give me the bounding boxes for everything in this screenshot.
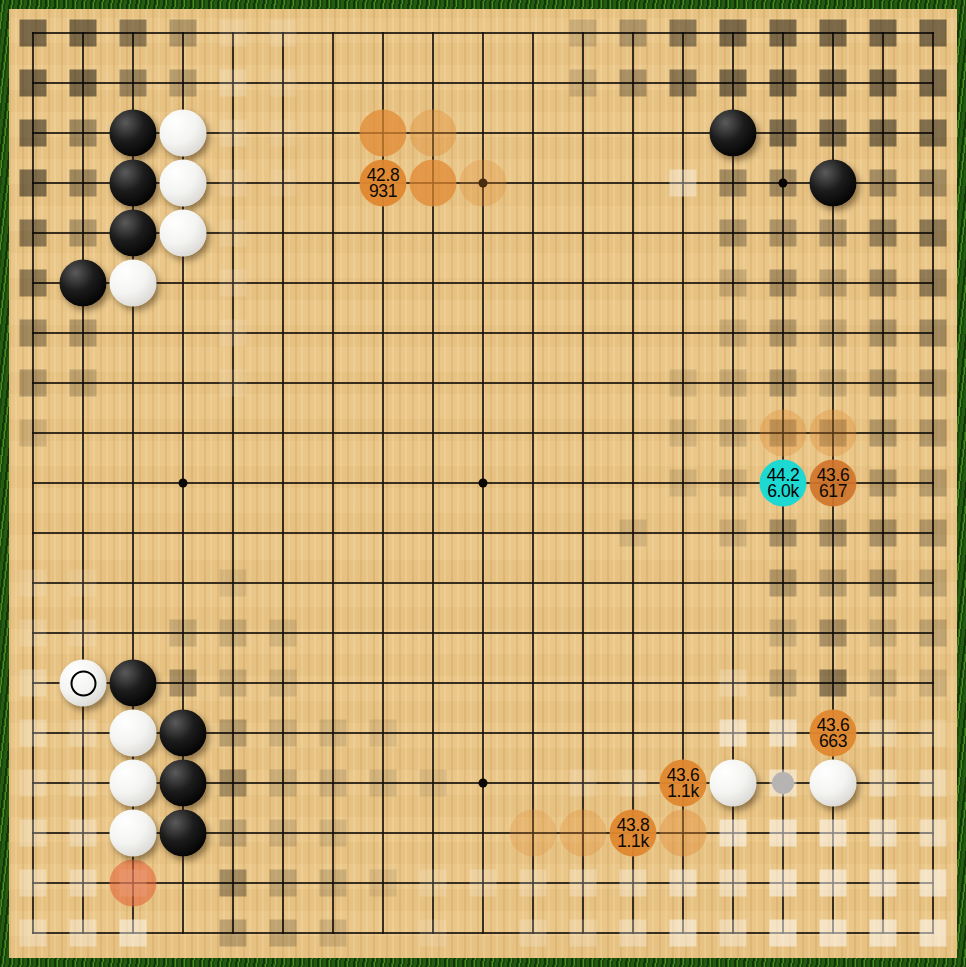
ownership-square-black	[70, 220, 97, 247]
ownership-square-black	[870, 520, 897, 547]
ownership-square-black	[820, 220, 847, 247]
ownership-square-white	[820, 920, 847, 947]
grid-line	[582, 32, 584, 934]
ownership-square-white	[670, 920, 697, 947]
star-point	[479, 479, 488, 488]
ownership-square-white	[70, 620, 97, 647]
ownership-square-black	[270, 620, 297, 647]
ownership-square-black	[920, 620, 947, 647]
ownership-square-black	[920, 320, 947, 347]
ownership-square-black	[220, 870, 247, 897]
ownership-square-black	[20, 270, 47, 297]
ownership-square-black	[820, 70, 847, 97]
ownership-square-black	[270, 770, 297, 797]
ownership-square-black	[670, 420, 697, 447]
ownership-square-white	[720, 870, 747, 897]
ownership-square-black	[870, 370, 897, 397]
ownership-square-white	[20, 670, 47, 697]
ownership-square-black	[320, 770, 347, 797]
ownership-square-black	[720, 170, 747, 197]
grid-line	[32, 682, 934, 684]
ownership-square-white	[20, 920, 47, 947]
ownership-square-white	[770, 720, 797, 747]
white-stone[interactable]	[60, 660, 107, 707]
ownership-square-black	[870, 270, 897, 297]
ownership-square-white	[920, 870, 947, 897]
ownership-square-white	[870, 870, 897, 897]
ownership-square-black	[770, 670, 797, 697]
ownership-square-black	[570, 70, 597, 97]
ownership-square-black	[220, 570, 247, 597]
white-stone[interactable]	[160, 110, 207, 157]
grid-line	[532, 32, 534, 934]
ownership-square-black	[770, 370, 797, 397]
ownership-square-black	[570, 20, 597, 47]
ownership-square-white	[70, 720, 97, 747]
candidate-move-H17[interactable]	[360, 110, 407, 157]
ownership-square-white	[70, 870, 97, 897]
ownership-square-white	[220, 20, 247, 47]
ownership-square-white	[270, 120, 297, 147]
candidate-visits: 1.1k	[617, 833, 648, 849]
ownership-square-white	[220, 320, 247, 347]
ownership-square-black	[320, 870, 347, 897]
candidate-move-Q10[interactable]: 44.26.0k	[760, 460, 807, 507]
ownership-square-white	[20, 870, 47, 897]
ownership-square-white	[770, 820, 797, 847]
candidate-move-R10[interactable]: 43.6617	[810, 460, 857, 507]
ownership-square-black	[70, 370, 97, 397]
ownership-square-white	[870, 820, 897, 847]
ownership-square-white	[870, 720, 897, 747]
ownership-square-black	[20, 170, 47, 197]
white-stone[interactable]	[110, 710, 157, 757]
ownership-square-black	[170, 20, 197, 47]
ownership-square-white	[220, 70, 247, 97]
ownership-square-white	[520, 920, 547, 947]
ownership-square-black	[920, 570, 947, 597]
ownership-square-black	[670, 70, 697, 97]
ownership-square-black	[920, 520, 947, 547]
ownership-square-black	[270, 670, 297, 697]
last-move-marker	[70, 670, 96, 696]
ownership-square-black	[870, 420, 897, 447]
ownership-square-black	[820, 270, 847, 297]
ownership-square-black	[320, 720, 347, 747]
ownership-square-white	[570, 770, 597, 797]
ownership-square-white	[420, 920, 447, 947]
ownership-square-black	[70, 70, 97, 97]
ownership-square-black	[220, 720, 247, 747]
ownership-square-black	[920, 220, 947, 247]
white-stone[interactable]	[710, 760, 757, 807]
ownership-square-black	[20, 70, 47, 97]
ownership-square-black	[920, 170, 947, 197]
ownership-square-white	[270, 20, 297, 47]
ownership-square-white	[70, 920, 97, 947]
ownership-square-white	[270, 170, 297, 197]
ownership-square-white	[20, 620, 47, 647]
ownership-square-black	[770, 620, 797, 647]
ownership-square-black	[820, 370, 847, 397]
ownership-square-black	[270, 920, 297, 947]
ownership-square-white	[720, 720, 747, 747]
ownership-square-black	[170, 620, 197, 647]
star-point	[179, 479, 188, 488]
black-stone[interactable]	[810, 160, 857, 207]
ownership-square-white	[920, 720, 947, 747]
candidate-visits: 617	[819, 483, 847, 499]
candidate-move-R5[interactable]: 43.6663	[810, 710, 857, 757]
black-stone[interactable]	[110, 110, 157, 157]
candidate-move-L3[interactable]	[510, 810, 557, 857]
ownership-square-white	[870, 920, 897, 947]
ownership-square-black	[670, 370, 697, 397]
ownership-square-black	[770, 70, 797, 97]
ownership-square-white	[920, 920, 947, 947]
ownership-square-black	[20, 320, 47, 347]
ownership-square-white	[620, 770, 647, 797]
white-stone[interactable]	[110, 810, 157, 857]
ownership-square-black	[870, 170, 897, 197]
ownership-square-black	[720, 420, 747, 447]
candidate-visits: 1.1k	[667, 783, 698, 799]
ownership-square-white	[120, 920, 147, 947]
ownership-square-white	[620, 920, 647, 947]
ownership-square-black	[870, 120, 897, 147]
black-stone[interactable]	[110, 210, 157, 257]
ownership-square-white	[720, 670, 747, 697]
ownership-square-black	[870, 570, 897, 597]
ownership-square-black	[870, 470, 897, 497]
ownership-square-white	[220, 170, 247, 197]
ownership-square-black	[920, 470, 947, 497]
ownership-square-black	[70, 170, 97, 197]
ownership-square-black	[770, 520, 797, 547]
ownership-square-black	[770, 20, 797, 47]
candidate-visits: 663	[819, 733, 847, 749]
ownership-square-black	[220, 620, 247, 647]
grid-line	[32, 532, 934, 534]
ownership-square-black	[20, 120, 47, 147]
ownership-square-black	[20, 220, 47, 247]
ownership-square-black	[620, 520, 647, 547]
ownership-square-black	[170, 670, 197, 697]
white-stone[interactable]	[110, 760, 157, 807]
grid-line	[632, 32, 634, 934]
black-stone[interactable]	[60, 260, 107, 307]
candidate-visits: 6.0k	[767, 483, 798, 499]
ownership-square-white	[670, 170, 697, 197]
ownership-square-black	[70, 320, 97, 347]
ownership-square-white	[820, 870, 847, 897]
ownership-square-black	[870, 70, 897, 97]
ownership-square-white	[520, 870, 547, 897]
ownership-square-white	[70, 770, 97, 797]
ownership-square-black	[920, 20, 947, 47]
candidate-move-H16[interactable]: 42.8931	[360, 160, 407, 207]
ownership-square-black	[920, 370, 947, 397]
candidate-move-Q11[interactable]	[760, 410, 807, 457]
ownership-square-black	[920, 420, 947, 447]
candidate-move-O4[interactable]: 43.61.1k	[660, 760, 707, 807]
ownership-square-black	[920, 670, 947, 697]
ownership-square-white	[620, 870, 647, 897]
black-stone[interactable]	[160, 760, 207, 807]
ownership-square-black	[270, 820, 297, 847]
ownership-square-black	[720, 370, 747, 397]
go-board[interactable]: 42.893144.26.0k43.661743.666343.61.1k43.…	[0, 0, 966, 967]
ownership-square-black	[220, 670, 247, 697]
go-analysis-screenshot: 42.893144.26.0k43.661743.666343.61.1k43.…	[0, 0, 966, 967]
black-stone[interactable]	[160, 710, 207, 757]
grid-line	[32, 632, 934, 634]
ownership-square-white	[770, 920, 797, 947]
ownership-square-white	[720, 920, 747, 947]
ownership-square-black	[320, 820, 347, 847]
ownership-square-black	[120, 20, 147, 47]
ownership-square-black	[370, 870, 397, 897]
black-stone[interactable]	[110, 160, 157, 207]
ownership-square-white	[770, 870, 797, 897]
ownership-square-black	[820, 570, 847, 597]
ownership-square-black	[720, 270, 747, 297]
grid-line	[32, 932, 934, 934]
black-stone[interactable]	[710, 110, 757, 157]
ownership-square-white	[220, 120, 247, 147]
ownership-square-black	[820, 20, 847, 47]
ownership-square-black	[920, 270, 947, 297]
ownership-square-white	[20, 570, 47, 597]
ownership-square-black	[720, 20, 747, 47]
ownership-square-black	[670, 470, 697, 497]
ownership-square-black	[770, 570, 797, 597]
ownership-square-white	[670, 870, 697, 897]
ownership-square-black	[870, 620, 897, 647]
ownership-square-white	[470, 870, 497, 897]
candidate-move-N3[interactable]: 43.81.1k	[610, 810, 657, 857]
ownership-square-black	[870, 20, 897, 47]
ownership-square-black	[320, 920, 347, 947]
black-stone[interactable]	[110, 660, 157, 707]
ownership-square-black	[770, 220, 797, 247]
ownership-square-black	[270, 870, 297, 897]
policy-dot	[772, 772, 794, 794]
white-stone[interactable]	[810, 760, 857, 807]
ownership-square-black	[720, 220, 747, 247]
ownership-square-white	[70, 570, 97, 597]
ownership-square-white	[270, 70, 297, 97]
ownership-square-white	[20, 820, 47, 847]
ownership-square-black	[870, 320, 897, 347]
ownership-square-black	[220, 920, 247, 947]
ownership-square-black	[20, 420, 47, 447]
ownership-square-white	[920, 770, 947, 797]
ownership-square-black	[820, 520, 847, 547]
ownership-square-black	[820, 620, 847, 647]
ownership-square-black	[870, 670, 897, 697]
star-point	[479, 779, 488, 788]
ownership-square-black	[620, 20, 647, 47]
ownership-square-white	[720, 820, 747, 847]
candidate-move-K16[interactable]	[460, 160, 507, 207]
ownership-square-black	[920, 120, 947, 147]
candidate-move-R11[interactable]	[810, 410, 857, 457]
candidate-move-J16[interactable]	[410, 160, 457, 207]
ownership-square-black	[20, 370, 47, 397]
ownership-square-black	[670, 20, 697, 47]
ownership-square-black	[820, 670, 847, 697]
ownership-square-black	[720, 470, 747, 497]
candidate-move-O3[interactable]	[660, 810, 707, 857]
ownership-square-black	[70, 20, 97, 47]
white-stone[interactable]	[160, 210, 207, 257]
ownership-square-black	[720, 520, 747, 547]
ownership-square-black	[770, 270, 797, 297]
ownership-square-black	[20, 20, 47, 47]
grid-line	[32, 582, 934, 584]
ownership-square-black	[220, 770, 247, 797]
ownership-square-black	[70, 120, 97, 147]
ownership-square-white	[570, 920, 597, 947]
ownership-square-black	[370, 720, 397, 747]
ownership-square-black	[220, 820, 247, 847]
ownership-square-black	[720, 320, 747, 347]
ownership-square-black	[420, 770, 447, 797]
ownership-square-black	[170, 70, 197, 97]
ownership-square-white	[570, 870, 597, 897]
ownership-square-white	[220, 220, 247, 247]
ownership-square-white	[420, 870, 447, 897]
ownership-square-black	[770, 170, 797, 197]
ownership-square-black	[270, 720, 297, 747]
ownership-square-black	[870, 220, 897, 247]
white-stone[interactable]	[160, 160, 207, 207]
ownership-square-white	[220, 270, 247, 297]
ownership-square-white	[20, 770, 47, 797]
ownership-square-black	[720, 70, 747, 97]
ownership-square-black	[770, 320, 797, 347]
candidate-move-M3[interactable]	[560, 810, 607, 857]
candidate-move-C2[interactable]	[110, 860, 157, 907]
ownership-square-black	[770, 120, 797, 147]
ownership-square-black	[120, 70, 147, 97]
ownership-square-black	[620, 70, 647, 97]
candidate-move-J17[interactable]	[410, 110, 457, 157]
ownership-square-white	[220, 370, 247, 397]
ownership-square-black	[920, 70, 947, 97]
candidate-visits: 931	[369, 183, 397, 199]
ownership-square-white	[920, 820, 947, 847]
ownership-square-black	[820, 120, 847, 147]
black-stone[interactable]	[160, 810, 207, 857]
ownership-square-black	[370, 770, 397, 797]
ownership-square-white	[870, 770, 897, 797]
ownership-square-white	[820, 820, 847, 847]
ownership-square-white	[20, 720, 47, 747]
ownership-square-black	[820, 320, 847, 347]
white-stone[interactable]	[110, 260, 157, 307]
ownership-square-white	[70, 820, 97, 847]
